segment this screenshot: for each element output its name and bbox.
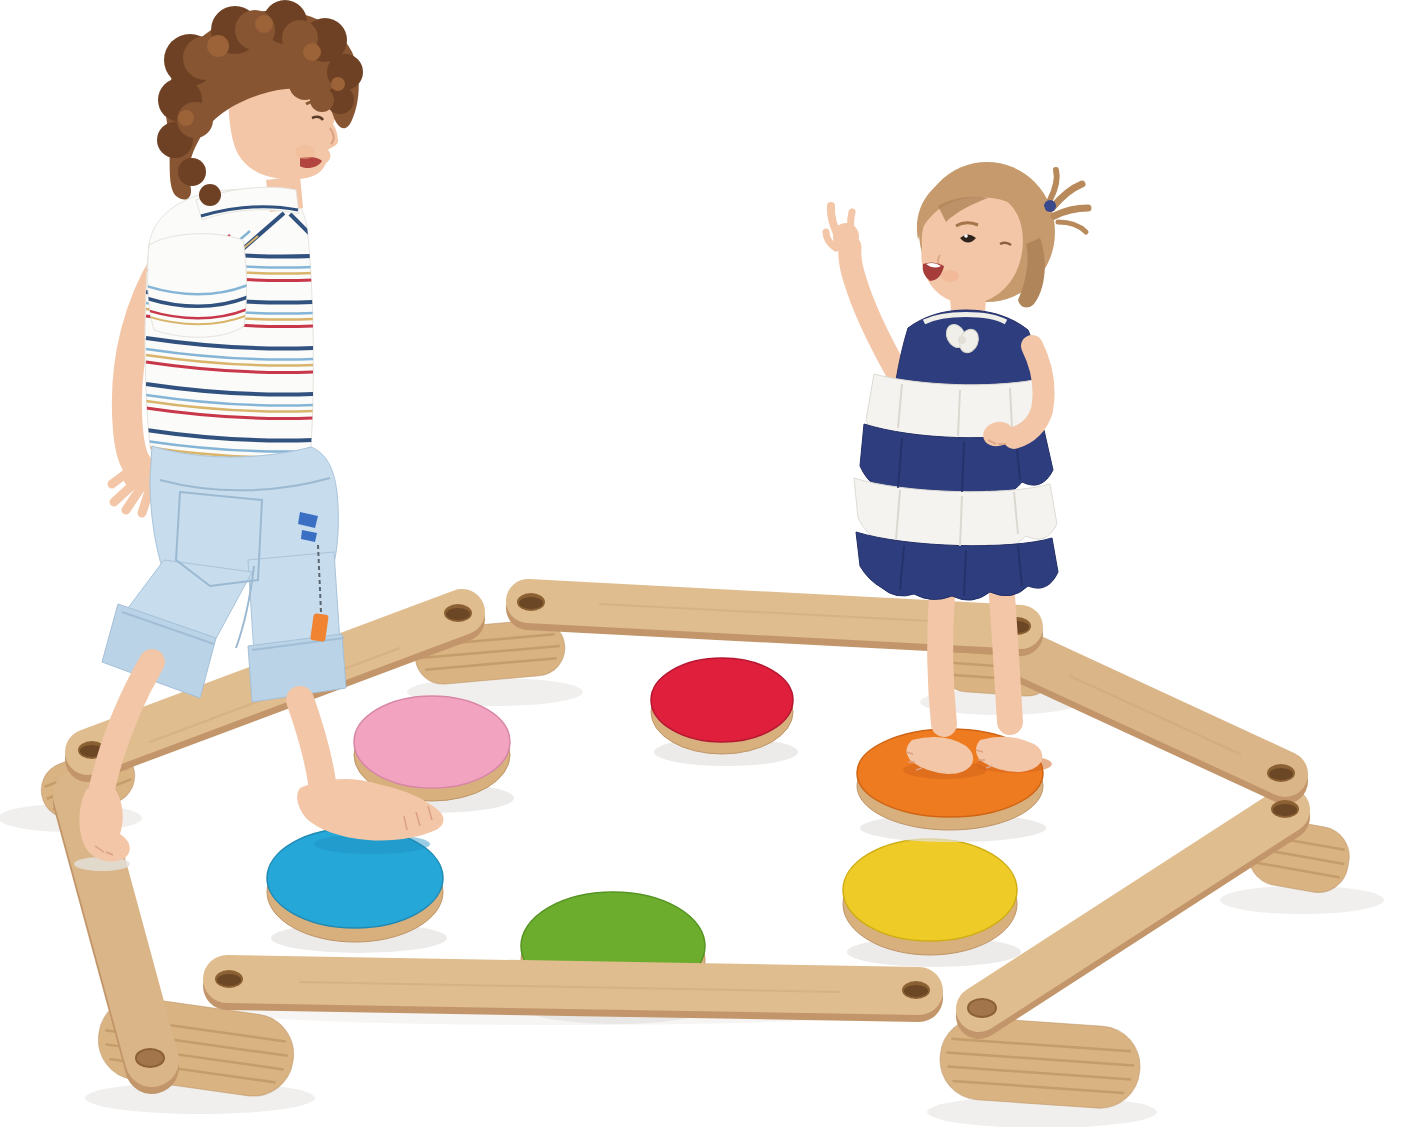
- disc-red-top: [651, 658, 793, 742]
- boy-cheek-blush: [295, 145, 315, 159]
- beam-upper-right: [1017, 650, 1295, 782]
- dowel-filled-bottom-left: [136, 1049, 164, 1067]
- product-photo-stage: [0, 0, 1404, 1127]
- disc-yellow-top: [843, 839, 1017, 941]
- boy-right-shin: [300, 700, 322, 782]
- girl-cheek-blush: [941, 270, 959, 282]
- girl-hair-tie: [1044, 200, 1056, 212]
- girl-raised-arm: [850, 247, 898, 374]
- disc-yellow: [843, 839, 1021, 967]
- girl-right-leg: [1002, 596, 1010, 722]
- girl-raised-hand: [826, 206, 859, 251]
- balance-beam-scene: [0, 0, 1404, 1127]
- boy-sleeve: [148, 234, 247, 338]
- dowel-filled-bottom-right: [968, 999, 996, 1017]
- girl-left-leg: [940, 594, 944, 724]
- disc-red: [651, 658, 798, 766]
- beam-bottom: [215, 970, 930, 999]
- disc-pink-top: [354, 696, 510, 788]
